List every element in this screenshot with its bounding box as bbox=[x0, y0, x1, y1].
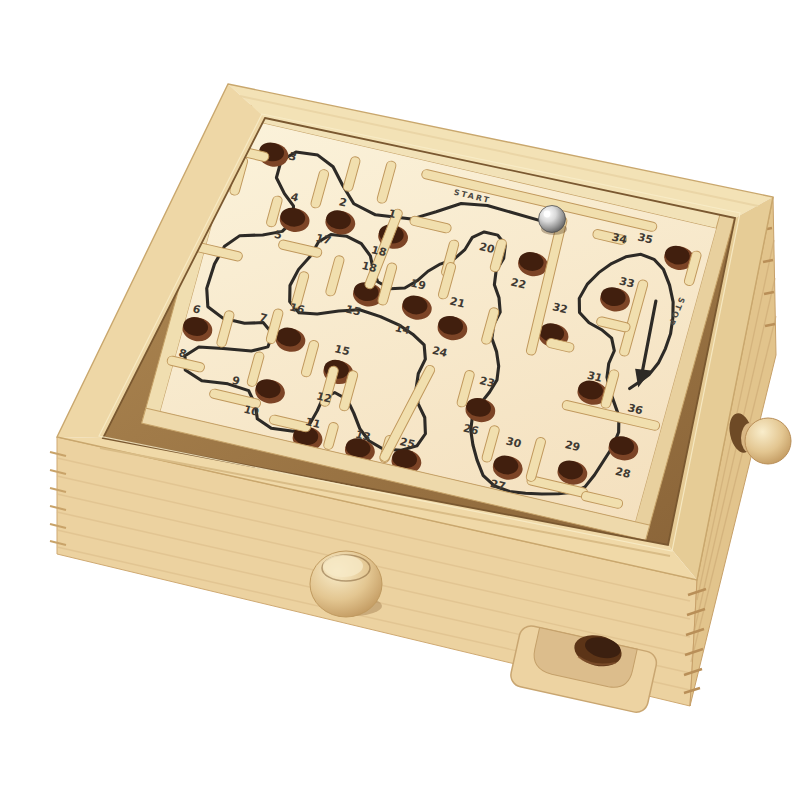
product-photo-labyrinth-game: 3421517181819202234353321161514326782415… bbox=[0, 0, 800, 800]
front-knob-cap bbox=[323, 555, 363, 577]
labyrinth-scene: 3421517181819202234353321161514326782415… bbox=[0, 0, 800, 800]
ball-highlight bbox=[544, 211, 551, 218]
front-knob[interactable] bbox=[310, 551, 382, 617]
